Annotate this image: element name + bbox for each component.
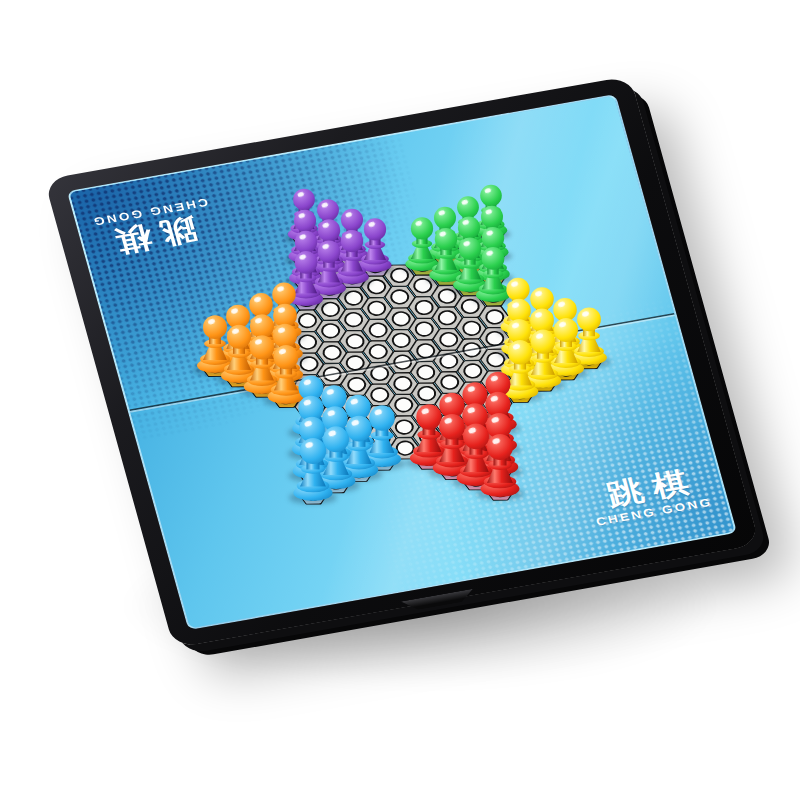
product-photo-background: 跳棋 CHENG GONG 跳棋 CHENG GONG: [0, 0, 800, 800]
board-surface: 跳棋 CHENG GONG 跳棋 CHENG GONG: [67, 94, 737, 630]
board-frame: 跳棋 CHENG GONG 跳棋 CHENG GONG: [44, 76, 760, 649]
